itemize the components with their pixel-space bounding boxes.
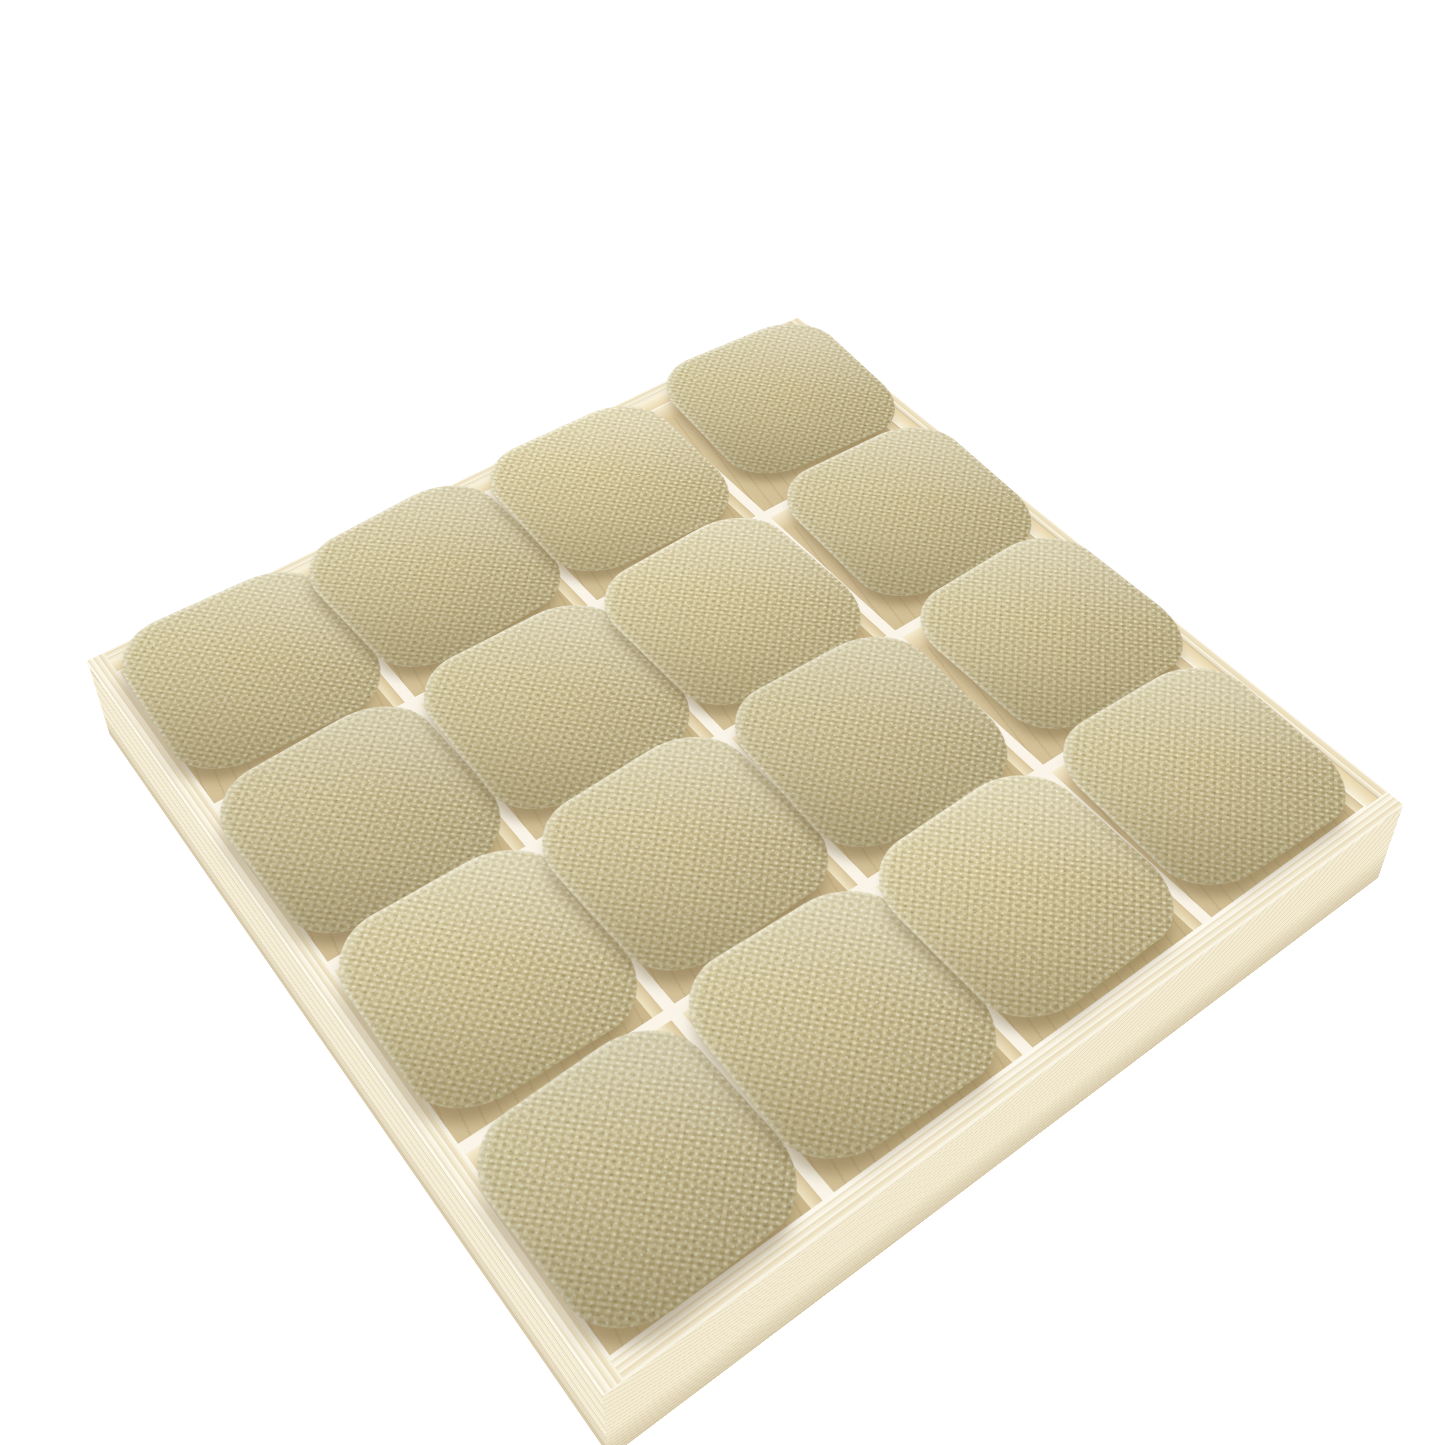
wooden-display-tray xyxy=(85,317,1403,1395)
tray-rim-south xyxy=(587,791,1403,1394)
compartment-grid xyxy=(116,340,1366,1359)
tray-top xyxy=(85,317,1403,1395)
watch-pillow xyxy=(516,716,855,994)
tray-rim-west xyxy=(85,652,623,1394)
product-photo-scene xyxy=(0,0,1445,1445)
compartment-r3c2 xyxy=(542,743,857,1003)
